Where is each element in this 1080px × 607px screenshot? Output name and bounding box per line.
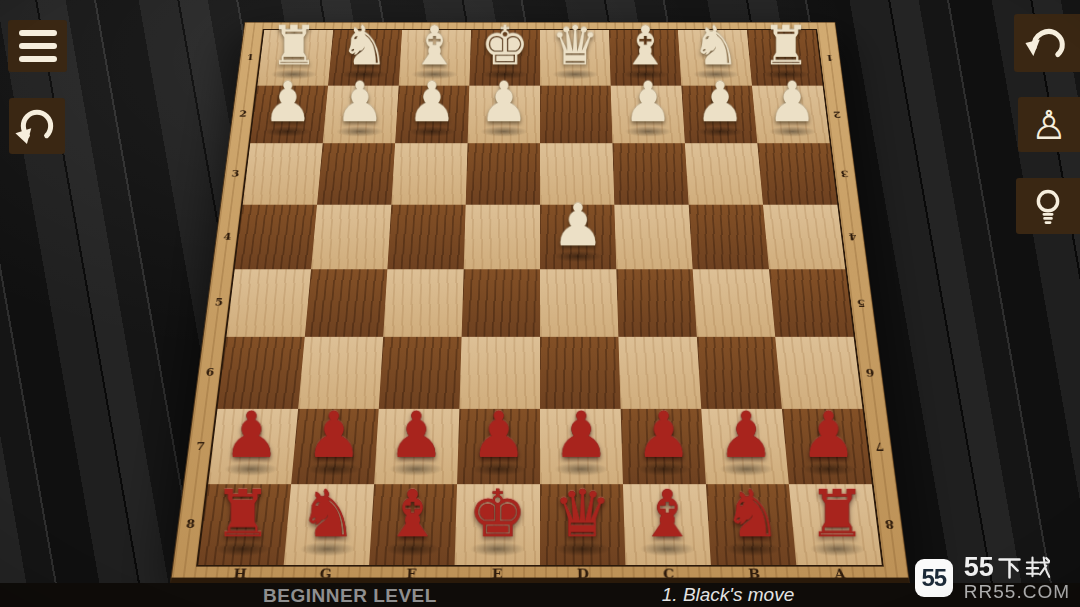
square-d6[interactable] — [540, 337, 621, 409]
square-g4[interactable] — [311, 205, 391, 269]
square-c8[interactable] — [623, 485, 711, 565]
square-e6[interactable] — [459, 337, 540, 409]
cjk-char-zai — [1025, 555, 1050, 580]
square-b8[interactable] — [706, 485, 796, 565]
square-a4[interactable] — [763, 205, 845, 269]
restart-button[interactable] — [9, 98, 65, 154]
square-c3[interactable] — [612, 143, 688, 204]
board-squares — [198, 30, 882, 565]
square-c1[interactable] — [609, 30, 681, 85]
square-f1[interactable] — [399, 30, 471, 85]
square-a1[interactable] — [747, 30, 823, 85]
square-h6[interactable] — [218, 337, 305, 409]
square-a5[interactable] — [769, 269, 854, 337]
level-label: BEGINNER LEVEL — [263, 585, 437, 607]
square-a3[interactable] — [757, 143, 837, 204]
chess-board: 12345678 12345678 HGFEDCBA ♜♞♝♚♛♝♞♜♟♟♟♟♟… — [170, 22, 910, 583]
square-e5[interactable] — [462, 269, 540, 337]
square-d7[interactable] — [540, 409, 623, 485]
square-f4[interactable] — [387, 205, 465, 269]
move-indicator: 1. Black's move — [662, 584, 794, 606]
square-g1[interactable] — [328, 30, 402, 85]
undo-button[interactable] — [1014, 14, 1080, 72]
square-c4[interactable] — [614, 205, 692, 269]
square-f2[interactable] — [395, 85, 469, 143]
square-g7[interactable] — [291, 409, 379, 485]
square-e1[interactable] — [469, 30, 540, 85]
square-b3[interactable] — [685, 143, 763, 204]
square-b1[interactable] — [678, 30, 752, 85]
square-h8[interactable] — [198, 485, 291, 565]
square-c6[interactable] — [618, 337, 701, 409]
square-h3[interactable] — [243, 143, 323, 204]
watermark: 55 55 55下载 RR55.COM — [915, 554, 1070, 601]
pawn-icon: ♙ — [1031, 105, 1067, 145]
square-d1[interactable] — [540, 30, 611, 85]
square-g8[interactable] — [284, 485, 374, 565]
square-b5[interactable] — [693, 269, 776, 337]
square-g5[interactable] — [305, 269, 388, 337]
square-b7[interactable] — [701, 409, 789, 485]
square-b4[interactable] — [689, 205, 769, 269]
app-screen: 12345678 12345678 HGFEDCBA ♜♞♝♚♛♝♞♜♟♟♟♟♟… — [0, 0, 1080, 607]
square-e4[interactable] — [464, 205, 540, 269]
watermark-logo: 55 — [915, 559, 953, 597]
square-g3[interactable] — [317, 143, 395, 204]
square-e8[interactable] — [455, 485, 540, 565]
square-f8[interactable] — [369, 485, 457, 565]
square-g6[interactable] — [298, 337, 383, 409]
watermark-site: RR55.COM — [964, 582, 1070, 601]
square-f7[interactable] — [374, 409, 459, 485]
square-e7[interactable] — [457, 409, 540, 485]
square-h5[interactable] — [226, 269, 311, 337]
watermark-title: 55 55下载 — [964, 554, 1070, 581]
player-pawn-button[interactable]: ♙ — [1018, 97, 1080, 152]
square-b6[interactable] — [697, 337, 782, 409]
square-h7[interactable] — [208, 409, 298, 485]
square-e2[interactable] — [468, 85, 540, 143]
cjk-char-xia — [997, 555, 1022, 580]
square-h4[interactable] — [235, 205, 317, 269]
square-c2[interactable] — [611, 85, 685, 143]
square-d2[interactable] — [540, 85, 612, 143]
square-d3[interactable] — [540, 143, 614, 204]
square-g2[interactable] — [323, 85, 399, 143]
menu-button[interactable] — [8, 20, 67, 72]
square-d5[interactable] — [540, 269, 618, 337]
square-f6[interactable] — [379, 337, 462, 409]
hamburger-menu-icon — [19, 30, 57, 62]
square-b2[interactable] — [681, 85, 757, 143]
square-h1[interactable] — [257, 30, 333, 85]
hint-lightbulb-icon — [1026, 183, 1070, 229]
square-c5[interactable] — [616, 269, 697, 337]
square-d4[interactable] — [540, 205, 616, 269]
square-f3[interactable] — [391, 143, 467, 204]
square-a2[interactable] — [752, 85, 830, 143]
square-c7[interactable] — [621, 409, 706, 485]
square-h2[interactable] — [250, 85, 328, 143]
restart-rotate-icon — [14, 103, 60, 149]
square-e3[interactable] — [466, 143, 540, 204]
square-a8[interactable] — [789, 485, 882, 565]
square-f5[interactable] — [383, 269, 464, 337]
square-a7[interactable] — [782, 409, 872, 485]
square-a6[interactable] — [775, 337, 862, 409]
square-d8[interactable] — [540, 485, 625, 565]
hint-button[interactable] — [1016, 178, 1080, 234]
undo-arrow-icon — [1022, 20, 1072, 66]
